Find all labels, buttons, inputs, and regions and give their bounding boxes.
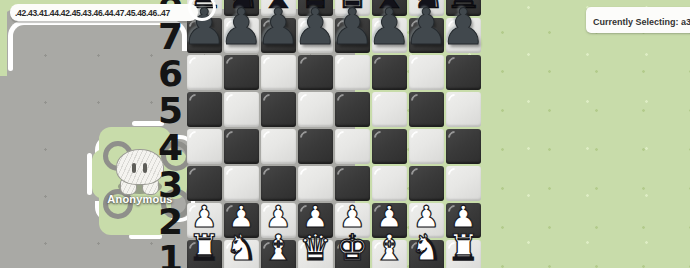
square-d3[interactable]: [298, 166, 333, 201]
piece-white-pawn[interactable]: ♟: [228, 202, 255, 232]
square-e8[interactable]: ♚: [335, 0, 370, 16]
square-c3[interactable]: [261, 166, 296, 201]
square-a2[interactable]: ♟: [187, 203, 222, 238]
square-e2[interactable]: ♟: [335, 203, 370, 238]
square-c6[interactable]: [261, 55, 296, 90]
square-c1[interactable]: ♝: [261, 240, 296, 268]
square-g5[interactable]: [409, 92, 444, 127]
square-h5[interactable]: [446, 92, 481, 127]
game-viewport: Anonymous ♜♞♝♛♚♝♞♜♟♟♟♟♟♟♟♟♟♟♟♟♟♟♟♟♜♞♝♛♚♝…: [0, 0, 690, 268]
square-d2[interactable]: ♟: [298, 203, 333, 238]
square-f2[interactable]: ♟: [372, 203, 407, 238]
piece-black-rook[interactable]: ♜: [445, 0, 483, 15]
square-c8[interactable]: ♝: [261, 0, 296, 16]
square-g6[interactable]: [409, 55, 444, 90]
piece-white-pawn[interactable]: ♟: [302, 202, 329, 232]
currently-selecting-badge: Currently Selecting: a3: [586, 7, 690, 33]
square-b4[interactable]: [224, 129, 259, 164]
rank-label-2: 2: [128, 203, 183, 240]
square-e4[interactable]: [335, 129, 370, 164]
square-b2[interactable]: ♟: [224, 203, 259, 238]
piece-white-pawn[interactable]: ♟: [413, 202, 440, 232]
rank-label-5: 5: [128, 92, 183, 129]
turn-timer-strip: .42.43.41.44.42.45.43.46.44.47.45.48.46.…: [10, 4, 198, 21]
square-c7[interactable]: ♟: [261, 18, 296, 53]
piece-white-pawn[interactable]: ♟: [265, 202, 292, 232]
square-b8[interactable]: ♞: [224, 0, 259, 16]
rank-label-1: 1: [128, 240, 183, 268]
map-grass-edge: [0, 0, 7, 76]
square-h6[interactable]: [446, 55, 481, 90]
piece-white-pawn[interactable]: ♟: [450, 202, 477, 232]
chess-board[interactable]: ♜♞♝♛♚♝♞♜♟♟♟♟♟♟♟♟♟♟♟♟♟♟♟♟♜♞♝♛♚♝♞♜: [187, 0, 481, 268]
currently-selecting-text: Currently Selecting: a3: [593, 17, 690, 27]
square-e6[interactable]: [335, 55, 370, 90]
rank-label-6: 6: [128, 55, 183, 92]
piece-white-pawn[interactable]: ♟: [339, 202, 366, 232]
square-d6[interactable]: [298, 55, 333, 90]
square-g8[interactable]: ♞: [409, 0, 444, 16]
rank-labels: 87654321: [130, 0, 185, 268]
rank-label-4: 4: [128, 129, 183, 166]
square-c5[interactable]: [261, 92, 296, 127]
square-e7[interactable]: ♟: [335, 18, 370, 53]
square-b3[interactable]: [224, 166, 259, 201]
square-h8[interactable]: ♜: [446, 0, 481, 16]
square-d4[interactable]: [298, 129, 333, 164]
square-a5[interactable]: [187, 92, 222, 127]
square-b7[interactable]: ♟: [224, 18, 259, 53]
square-a6[interactable]: [187, 55, 222, 90]
square-f8[interactable]: ♝: [372, 0, 407, 16]
square-f6[interactable]: [372, 55, 407, 90]
square-a4[interactable]: [187, 129, 222, 164]
square-g4[interactable]: [409, 129, 444, 164]
square-a7[interactable]: ♟: [187, 18, 222, 53]
square-g2[interactable]: ♟: [409, 203, 444, 238]
square-d1[interactable]: ♛: [298, 240, 333, 268]
square-f1[interactable]: ♝: [372, 240, 407, 268]
square-f3[interactable]: [372, 166, 407, 201]
square-h1[interactable]: ♜: [446, 240, 481, 268]
turn-timer-text: .42.43.41.44.42.45.43.46.44.47.45.48.46.…: [15, 8, 170, 18]
square-c2[interactable]: ♟: [261, 203, 296, 238]
road-line-left: [8, 43, 13, 71]
piece-black-knight[interactable]: ♞: [408, 0, 446, 15]
square-h4[interactable]: [446, 129, 481, 164]
square-a3[interactable]: [187, 166, 222, 201]
piece-black-knight[interactable]: ♞: [223, 0, 261, 15]
square-h2[interactable]: ♟: [446, 203, 481, 238]
piece-white-pawn[interactable]: ♟: [191, 202, 218, 232]
square-g1[interactable]: ♞: [409, 240, 444, 268]
square-e5[interactable]: [335, 92, 370, 127]
square-e3[interactable]: [335, 166, 370, 201]
piece-black-king[interactable]: ♚: [334, 0, 372, 15]
square-c4[interactable]: [261, 129, 296, 164]
square-h7[interactable]: ♟: [446, 18, 481, 53]
square-d8[interactable]: ♛: [298, 0, 333, 16]
square-b5[interactable]: [224, 92, 259, 127]
square-f4[interactable]: [372, 129, 407, 164]
square-e1[interactable]: ♚: [335, 240, 370, 268]
square-f5[interactable]: [372, 92, 407, 127]
square-h3[interactable]: [446, 166, 481, 201]
piece-black-bishop[interactable]: ♝: [371, 0, 409, 15]
square-g7[interactable]: ♟: [409, 18, 444, 53]
piece-black-queen[interactable]: ♛: [297, 0, 335, 15]
square-g3[interactable]: [409, 166, 444, 201]
square-a1[interactable]: ♜: [187, 240, 222, 268]
rank-label-3: 3: [128, 166, 183, 203]
square-d5[interactable]: [298, 92, 333, 127]
piece-white-pawn[interactable]: ♟: [376, 202, 403, 232]
piece-black-bishop[interactable]: ♝: [260, 0, 298, 15]
square-b6[interactable]: [224, 55, 259, 90]
square-d7[interactable]: ♟: [298, 18, 333, 53]
square-b1[interactable]: ♞: [224, 240, 259, 268]
square-f7[interactable]: ♟: [372, 18, 407, 53]
rank-label-7: 7: [128, 18, 183, 55]
